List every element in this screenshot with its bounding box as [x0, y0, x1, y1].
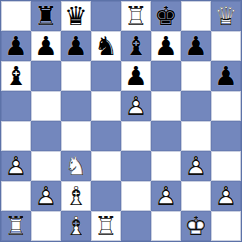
square-c7[interactable]: ♟	[61, 31, 91, 61]
square-a5[interactable]	[1, 91, 31, 121]
square-d3[interactable]	[91, 151, 121, 181]
square-g2[interactable]	[181, 181, 211, 211]
square-b8[interactable]: ♜	[31, 1, 61, 31]
square-d5[interactable]	[91, 91, 121, 121]
square-a6[interactable]: ♝	[1, 61, 31, 91]
black-pawn: ♟	[211, 61, 241, 91]
square-h8[interactable]: ♛♕	[211, 1, 241, 31]
square-b7[interactable]: ♟	[31, 31, 61, 61]
piece-outline-layer: ♙	[34, 183, 57, 209]
square-c5[interactable]	[61, 91, 91, 121]
white-pawn: ♟♙	[181, 151, 211, 181]
square-a8[interactable]	[1, 1, 31, 31]
square-g4[interactable]	[181, 121, 211, 151]
piece-outline-layer: ♘	[64, 153, 87, 179]
square-b4[interactable]	[31, 121, 61, 151]
white-pawn: ♟♙	[121, 91, 151, 121]
white-bishop: ♝♗	[61, 211, 91, 241]
white-bishop: ♝♗	[61, 181, 91, 211]
square-f8[interactable]: ♚	[151, 1, 181, 31]
square-f5[interactable]	[151, 91, 181, 121]
piece-outline-layer: ♕	[214, 3, 237, 29]
square-b6[interactable]	[31, 61, 61, 91]
piece-glyph: ♟	[154, 33, 177, 59]
black-pawn: ♟	[61, 31, 91, 61]
square-b2[interactable]: ♟♙	[31, 181, 61, 211]
black-knight: ♞	[91, 31, 121, 61]
square-f7[interactable]: ♟	[151, 31, 181, 61]
piece-glyph: ♟	[214, 63, 237, 89]
square-h1[interactable]	[211, 211, 241, 241]
piece-glyph: ♟	[4, 33, 27, 59]
square-g6[interactable]	[181, 61, 211, 91]
piece-outline-layer: ♙	[124, 93, 147, 119]
square-f4[interactable]	[151, 121, 181, 151]
black-pawn: ♟	[181, 31, 211, 61]
white-queen: ♛♕	[211, 1, 241, 31]
piece-glyph: ♞	[94, 33, 117, 59]
square-d7[interactable]: ♞	[91, 31, 121, 61]
square-h3[interactable]	[211, 151, 241, 181]
square-h6[interactable]: ♟	[211, 61, 241, 91]
white-knight: ♞♘	[61, 151, 91, 181]
white-pawn: ♟♙	[151, 181, 181, 211]
square-a1[interactable]: ♜♖	[1, 211, 31, 241]
square-d8[interactable]	[91, 1, 121, 31]
piece-glyph: ♟	[64, 33, 87, 59]
square-c3[interactable]: ♞♘	[61, 151, 91, 181]
piece-glyph: ♝	[124, 33, 147, 59]
square-e2[interactable]	[121, 181, 151, 211]
chess-board-container: ♜♛♜♖♚♛♕♟♟♟♞♝♟♟♝♟♟♟♙♟♙♞♘♟♙♟♙♝♗♟♙♟♙♜♖♝♗♜♖♚…	[0, 0, 242, 242]
piece-outline-layer: ♙	[4, 153, 27, 179]
square-f6[interactable]	[151, 61, 181, 91]
square-b3[interactable]	[31, 151, 61, 181]
piece-glyph: ♝	[4, 63, 27, 89]
square-e1[interactable]	[121, 211, 151, 241]
square-c2[interactable]: ♝♗	[61, 181, 91, 211]
white-rook: ♜♖	[121, 1, 151, 31]
piece-glyph: ♛	[64, 3, 87, 29]
white-pawn: ♟♙	[211, 181, 241, 211]
piece-outline-layer: ♖	[124, 3, 147, 29]
square-h5[interactable]	[211, 91, 241, 121]
piece-outline-layer: ♙	[154, 183, 177, 209]
square-h4[interactable]	[211, 121, 241, 151]
white-rook: ♜♖	[91, 211, 121, 241]
chess-board: ♜♛♜♖♚♛♕♟♟♟♞♝♟♟♝♟♟♟♙♟♙♞♘♟♙♟♙♝♗♟♙♟♙♜♖♝♗♜♖♚…	[0, 0, 242, 242]
piece-outline-layer: ♖	[94, 213, 117, 239]
square-g1[interactable]: ♚♔	[181, 211, 211, 241]
square-a7[interactable]: ♟	[1, 31, 31, 61]
square-e3[interactable]	[121, 151, 151, 181]
piece-glyph: ♟	[184, 33, 207, 59]
black-king: ♚	[151, 1, 181, 31]
white-king: ♚♔	[181, 211, 211, 241]
square-e7[interactable]: ♝	[121, 31, 151, 61]
piece-outline-layer: ♙	[184, 153, 207, 179]
square-g8[interactable]	[181, 1, 211, 31]
black-pawn: ♟	[121, 61, 151, 91]
piece-glyph: ♚	[154, 3, 177, 29]
black-pawn: ♟	[1, 31, 31, 61]
black-bishop: ♝	[121, 31, 151, 61]
square-d1[interactable]: ♜♖	[91, 211, 121, 241]
square-d4[interactable]	[91, 121, 121, 151]
piece-outline-layer: ♗	[64, 213, 87, 239]
square-a2[interactable]	[1, 181, 31, 211]
square-e8[interactable]: ♜♖	[121, 1, 151, 31]
black-bishop: ♝	[1, 61, 31, 91]
piece-glyph: ♜	[34, 3, 57, 29]
black-pawn: ♟	[151, 31, 181, 61]
square-b5[interactable]	[31, 91, 61, 121]
piece-outline-layer: ♖	[4, 213, 27, 239]
square-c4[interactable]	[61, 121, 91, 151]
white-pawn: ♟♙	[1, 151, 31, 181]
square-c8[interactable]: ♛	[61, 1, 91, 31]
square-c6[interactable]	[61, 61, 91, 91]
square-e4[interactable]	[121, 121, 151, 151]
white-rook: ♜♖	[1, 211, 31, 241]
square-g7[interactable]: ♟	[181, 31, 211, 61]
square-d6[interactable]	[91, 61, 121, 91]
piece-glyph: ♟	[34, 33, 57, 59]
black-rook: ♜	[31, 1, 61, 31]
black-queen: ♛	[61, 1, 91, 31]
black-pawn: ♟	[31, 31, 61, 61]
square-e5[interactable]: ♟♙	[121, 91, 151, 121]
square-g5[interactable]	[181, 91, 211, 121]
square-f2[interactable]: ♟♙	[151, 181, 181, 211]
square-f1[interactable]	[151, 211, 181, 241]
square-a3[interactable]: ♟♙	[1, 151, 31, 181]
square-h2[interactable]: ♟♙	[211, 181, 241, 211]
square-a4[interactable]	[1, 121, 31, 151]
square-e6[interactable]: ♟	[121, 61, 151, 91]
square-f3[interactable]	[151, 151, 181, 181]
piece-outline-layer: ♙	[214, 183, 237, 209]
square-g3[interactable]: ♟♙	[181, 151, 211, 181]
piece-glyph: ♟	[124, 63, 147, 89]
white-pawn: ♟♙	[31, 181, 61, 211]
square-h7[interactable]	[211, 31, 241, 61]
piece-outline-layer: ♔	[184, 213, 207, 239]
piece-outline-layer: ♗	[64, 183, 87, 209]
square-c1[interactable]: ♝♗	[61, 211, 91, 241]
square-d2[interactable]	[91, 181, 121, 211]
square-b1[interactable]	[31, 211, 61, 241]
